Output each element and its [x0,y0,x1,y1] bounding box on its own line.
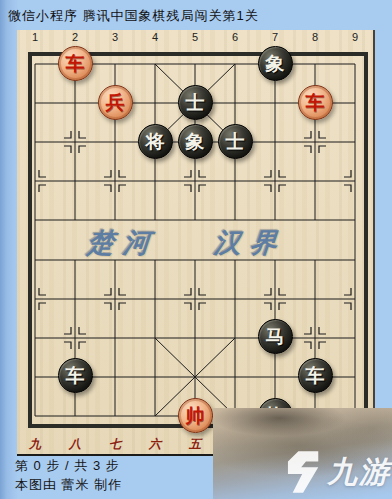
credit-line: 本图由 蕾米 制作 [15,476,122,494]
piece-glyph: 士 [186,93,205,112]
file-label-top-3: 3 [105,31,125,43]
watermark-text: 九游 [327,452,391,493]
file-label-top-4: 4 [145,31,165,43]
watermark: 九游 [287,451,391,493]
piece-glyph: 象 [266,54,285,73]
piece-glyph: 士 [226,132,245,151]
piece-glyph: 车 [66,54,85,73]
piece-glyph: 车 [306,93,325,112]
piece-black-士[interactable]: 士 [178,85,213,120]
piece-red-兵[interactable]: 兵 [98,85,133,120]
piece-glyph: 将 [146,132,165,151]
piece-red-帅[interactable]: 帅 [178,398,213,433]
piece-red-车[interactable]: 车 [298,85,333,120]
file-label-bottom-八: 八 [65,436,85,453]
piece-glyph: 帅 [186,406,205,425]
piece-layer: 车象兵士车将象士马车车帅炮 [15,45,375,436]
piece-glyph: 兵 [106,93,125,112]
piece-black-马[interactable]: 马 [258,319,293,354]
file-label-bottom-六: 六 [145,436,165,453]
page-title: 微信小程序 腾讯中国象棋残局闯关第1关 [8,7,259,25]
file-label-top-2: 2 [65,31,85,43]
piece-black-将[interactable]: 将 [138,124,173,159]
file-label-bottom-七: 七 [105,436,125,453]
piece-black-车[interactable]: 车 [58,358,93,393]
file-label-bottom-五: 五 [185,436,205,453]
piece-black-车[interactable]: 车 [298,358,333,393]
file-label-top-1: 1 [25,31,45,43]
move-counter: 第 0 步 / 共 3 步 [15,457,120,475]
piece-glyph: 马 [266,327,285,346]
file-label-bottom-九: 九 [25,436,45,453]
file-label-top-8: 8 [305,31,325,43]
file-label-top-6: 6 [225,31,245,43]
file-label-top-7: 7 [265,31,285,43]
xiangqi-board[interactable]: 楚河 汉界 车象兵士车将象士马车车帅炮 123456789九八七六五四三二一 [17,30,375,456]
file-label-top-5: 5 [185,31,205,43]
screenshot-root: 微信小程序 腾讯中国象棋残局闯关第1关 楚河 汉界 车象兵士车将象士马车车帅炮 … [0,0,392,499]
piece-glyph: 车 [66,366,85,385]
piece-black-象[interactable]: 象 [178,124,213,159]
piece-black-象[interactable]: 象 [258,46,293,81]
piece-red-车[interactable]: 车 [58,46,93,81]
file-label-top-9: 9 [345,31,365,43]
piece-black-士[interactable]: 士 [218,124,253,159]
piece-glyph: 车 [306,366,325,385]
9game-logo-icon [287,451,323,493]
piece-glyph: 象 [186,132,205,151]
